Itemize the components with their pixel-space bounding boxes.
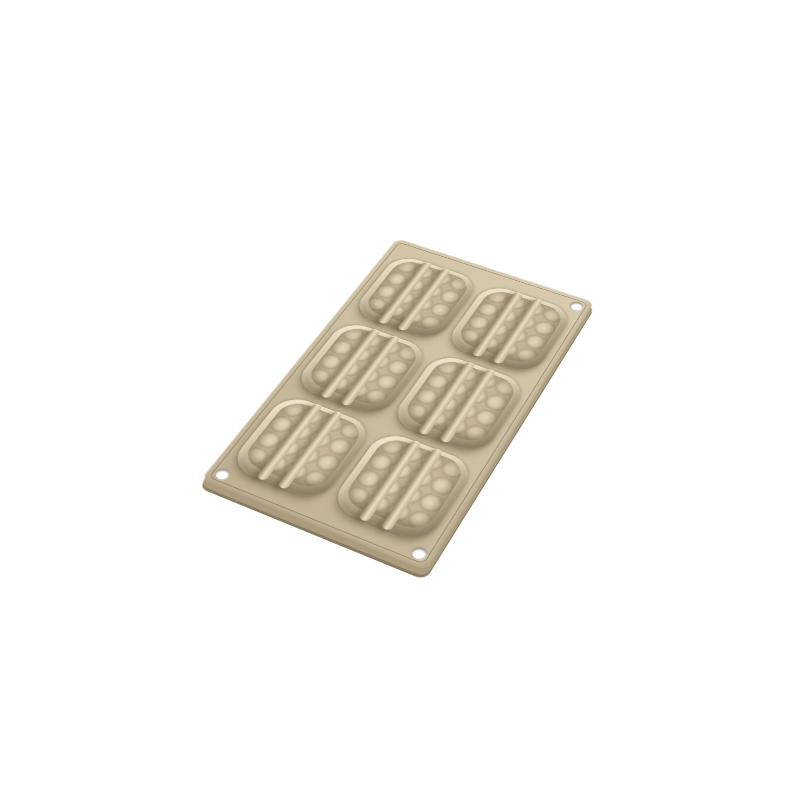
mold-tray xyxy=(201,238,594,570)
product-photo xyxy=(0,0,800,800)
cavity-grid xyxy=(201,238,594,570)
mold-scene xyxy=(201,238,594,570)
